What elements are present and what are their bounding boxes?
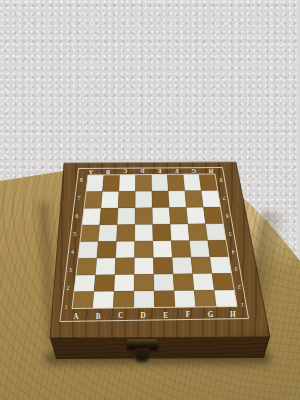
- square-e4: [153, 241, 172, 258]
- file-label-bottom-g: G: [208, 311, 214, 319]
- square-g7: [185, 191, 204, 208]
- square-a4: [78, 242, 98, 259]
- square-d6: [135, 208, 153, 225]
- square-c5: [117, 225, 135, 242]
- rank-label-left-5: 5: [73, 231, 76, 237]
- rank-label-right-3: 3: [235, 266, 238, 272]
- file-label-bottom-c: C: [118, 312, 123, 320]
- square-c2: [114, 274, 134, 291]
- square-h6: [203, 207, 223, 224]
- square-f1: [174, 290, 196, 307]
- square-d8: [135, 175, 151, 192]
- rank-label-right-4: 4: [232, 249, 235, 255]
- square-c3: [115, 258, 135, 275]
- square-h7: [201, 191, 220, 208]
- file-label-top-c: C: [123, 168, 127, 174]
- square-g6: [186, 207, 205, 224]
- square-d7: [135, 191, 152, 208]
- square-b6: [100, 208, 118, 225]
- square-f2: [173, 274, 194, 291]
- square-a2: [74, 275, 95, 292]
- rank-label-left-7: 7: [78, 195, 81, 201]
- rank-label-right-1: 1: [241, 302, 244, 308]
- square-a8: [86, 175, 104, 192]
- square-b2: [94, 275, 115, 292]
- square-b3: [95, 258, 115, 275]
- rank-label-right-5: 5: [229, 231, 232, 237]
- file-label-bottom-a: A: [73, 313, 79, 321]
- square-f8: [167, 174, 184, 191]
- square-d2: [134, 274, 154, 291]
- square-c1: [113, 291, 134, 308]
- rank-label-left-6: 6: [75, 213, 78, 219]
- rank-label-right-8: 8: [220, 177, 223, 183]
- square-b4: [97, 241, 117, 258]
- square-e6: [152, 208, 170, 225]
- file-label-top-g: G: [191, 168, 196, 174]
- square-b7: [101, 191, 119, 208]
- square-g2: [193, 274, 215, 291]
- square-f4: [171, 241, 191, 258]
- square-a7: [84, 192, 102, 209]
- square-f3: [172, 257, 192, 274]
- square-d4: [135, 241, 154, 258]
- photo-scene: AABBCCDDEEFFGGHH8877665544332211: [0, 0, 300, 400]
- rank-label-left-8: 8: [80, 177, 83, 183]
- square-e5: [153, 224, 172, 241]
- square-h8: [199, 174, 218, 191]
- square-c8: [119, 175, 136, 192]
- square-g4: [190, 240, 210, 257]
- rank-label-left-2: 2: [67, 285, 70, 291]
- rank-label-right-2: 2: [238, 284, 241, 290]
- square-h2: [212, 273, 234, 290]
- file-label-top-h: H: [208, 168, 213, 174]
- square-g1: [194, 290, 216, 307]
- square-d1: [134, 291, 155, 308]
- chess-board: AABBCCDDEEFFGGHH8877665544332211: [0, 0, 300, 400]
- square-f7: [168, 191, 186, 208]
- box-top-highlight: [64, 162, 236, 163]
- rank-label-left-3: 3: [69, 267, 72, 273]
- square-a5: [80, 225, 100, 242]
- square-d3: [134, 258, 153, 275]
- rank-label-right-6: 6: [226, 213, 229, 219]
- file-label-bottom-d: D: [141, 312, 146, 320]
- file-label-bottom-b: B: [96, 313, 101, 321]
- rank-label-left-1: 1: [64, 304, 67, 310]
- rank-label-left-4: 4: [71, 249, 74, 255]
- file-label-bottom-h: H: [230, 311, 236, 319]
- square-h1: [214, 290, 237, 307]
- square-c6: [117, 208, 135, 225]
- file-label-top-f: F: [174, 168, 178, 174]
- rank-label-right-7: 7: [223, 195, 226, 201]
- square-h5: [206, 224, 226, 241]
- file-label-top-d: D: [140, 168, 144, 174]
- square-h4: [208, 240, 229, 257]
- file-label-top-e: E: [157, 168, 161, 174]
- square-b8: [102, 175, 119, 192]
- square-h3: [210, 257, 232, 274]
- square-a3: [76, 258, 97, 275]
- square-c7: [118, 191, 135, 208]
- square-b1: [93, 291, 114, 308]
- square-e8: [152, 174, 169, 191]
- file-label-top-a: A: [88, 169, 93, 175]
- square-e1: [154, 291, 175, 308]
- square-f5: [170, 224, 189, 241]
- square-a1: [72, 292, 94, 309]
- square-g8: [183, 174, 201, 191]
- square-g5: [188, 224, 208, 241]
- square-b5: [98, 225, 117, 242]
- square-g3: [191, 257, 212, 274]
- square-f6: [169, 207, 188, 224]
- square-c4: [116, 241, 135, 258]
- file-label-bottom-e: E: [163, 312, 168, 320]
- square-e3: [153, 257, 173, 274]
- square-e7: [152, 191, 169, 208]
- file-label-top-b: B: [106, 169, 110, 175]
- square-e2: [154, 274, 174, 291]
- square-d5: [135, 224, 153, 241]
- file-label-bottom-f: F: [186, 311, 191, 319]
- square-a6: [82, 208, 101, 225]
